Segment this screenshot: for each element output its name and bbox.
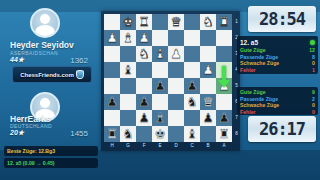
stats-label: Gute Züge [240, 47, 266, 53]
player-card-white: Heyder Seyidov ASERBAIDSCHAN 44★ 1362 [2, 4, 102, 64]
square-g2[interactable]: ♝ [120, 30, 136, 46]
black-pawn-c5: ♟ [184, 78, 200, 94]
square-h5[interactable] [104, 78, 120, 94]
square-d6[interactable] [168, 94, 184, 110]
square-h6[interactable]: ♟ [104, 94, 120, 110]
stats-label: Fehler [240, 109, 256, 115]
avatar [30, 8, 60, 38]
square-f8[interactable] [136, 126, 152, 142]
white-king-g1: ♚ [120, 14, 136, 30]
player-rating: 1362 [70, 56, 88, 65]
square-a8[interactable]: ♜ [216, 126, 232, 142]
square-c5[interactable]: ♟ [184, 78, 200, 94]
square-c6[interactable]: ♞ [184, 94, 200, 110]
white-pawn-d3: ♟ [168, 46, 184, 62]
square-h1[interactable] [104, 14, 120, 30]
white-pawn-b4: ♟ [200, 62, 216, 78]
square-g3[interactable] [120, 46, 136, 62]
square-e6[interactable] [152, 94, 168, 110]
stats-value: 0 [312, 102, 315, 108]
square-a2[interactable] [216, 30, 232, 46]
chess-board[interactable]: ♚♜♛♞♜♟♝♟♞♝♟♝♟♟♟♟♟♟♞♛♟♝♟♟♜♞♚♝♜ [104, 14, 232, 142]
clock-black: 26:17 [248, 116, 316, 142]
black-king-e8: ♚ [152, 126, 168, 142]
good-move-dot-icon [310, 40, 315, 45]
white-queen-d1: ♛ [168, 14, 184, 30]
stats-value: 1 [312, 67, 315, 73]
square-h7[interactable] [104, 110, 120, 126]
square-g5[interactable] [120, 78, 136, 94]
black-pawn-e5: ♟ [152, 78, 168, 94]
played-move-eval: 12. a5 (0.09 → 0.45) [4, 158, 98, 168]
square-f7[interactable]: ♟ [136, 110, 152, 126]
black-rook-h8: ♜ [104, 126, 120, 142]
square-d1[interactable]: ♛ [168, 14, 184, 30]
white-bishop-g2: ♝ [120, 30, 136, 46]
stats-label: Passende Züge [240, 54, 278, 60]
square-h2[interactable]: ♟ [104, 30, 120, 46]
square-a1[interactable]: ♜ [216, 14, 232, 30]
player-name: Heyder Seyidov [10, 40, 102, 50]
stats-value: 12 [309, 47, 315, 53]
square-c4[interactable] [184, 62, 200, 78]
rank-label-1: 1 [233, 14, 240, 30]
best-move-text: Beste Züge: 12.Bg3 [7, 148, 55, 154]
square-f4[interactable] [136, 62, 152, 78]
rank-labels: 12345678 [233, 14, 240, 142]
last-move-label: 12. a5 [240, 39, 258, 46]
square-d8[interactable] [168, 126, 184, 142]
square-b7[interactable]: ♟ [200, 110, 216, 126]
stats-value: 0 [312, 60, 315, 66]
player-badge: 44★ [10, 56, 24, 64]
black-pawn-b7: ♟ [200, 110, 216, 126]
site-logo-text: ChessFriends.com [20, 72, 74, 78]
square-d3[interactable]: ♟ [168, 46, 184, 62]
player-rating: 1455 [70, 129, 88, 138]
stats-label: Gute Züge [240, 89, 266, 95]
black-rook-a8: ♜ [216, 126, 232, 142]
player-card-black: HerrEarks DEUTSCHLAND 20★ 1455 [2, 90, 102, 150]
square-f5[interactable] [136, 78, 152, 94]
black-pawn-f7: ♟ [136, 110, 152, 126]
stats-value: 9 [312, 89, 315, 95]
square-g7[interactable] [120, 110, 136, 126]
stats-value: 2 [312, 96, 315, 102]
white-bishop-e3: ♝ [152, 46, 168, 62]
shield-icon [76, 70, 84, 79]
square-d5[interactable] [168, 78, 184, 94]
white-pawn-h2: ♟ [104, 30, 120, 46]
file-label-A: A [216, 142, 232, 150]
square-g1[interactable]: ♚ [120, 14, 136, 30]
stats-row: Fehler0 [240, 109, 315, 116]
square-e8[interactable]: ♚ [152, 126, 168, 142]
player-badge: 20★ [10, 129, 24, 137]
clock-white-time: 28:54 [259, 9, 305, 29]
played-move-text: 12. a5 (0.09 → 0.45) [7, 160, 55, 166]
square-b3[interactable] [200, 46, 216, 62]
square-g8[interactable]: ♞ [120, 126, 136, 142]
white-knight-f3: ♞ [136, 46, 152, 62]
square-e1[interactable] [152, 14, 168, 30]
square-c3[interactable] [184, 46, 200, 62]
white-rook-f1: ♜ [136, 14, 152, 30]
square-e3[interactable]: ♝ [152, 46, 168, 62]
square-f3[interactable]: ♞ [136, 46, 152, 62]
square-g6[interactable] [120, 94, 136, 110]
square-a7[interactable]: ♟ [216, 110, 232, 126]
file-label-H: H [104, 142, 120, 150]
rank-label-8: 8 [233, 126, 240, 142]
clock-black-time: 26:17 [259, 119, 305, 139]
file-label-C: C [184, 142, 200, 150]
file-label-F: F [136, 142, 152, 150]
stats-value: 8 [312, 54, 315, 60]
file-labels: HGFEDCBA [104, 142, 232, 150]
square-c7[interactable] [184, 110, 200, 126]
square-c2[interactable] [184, 30, 200, 46]
stats-label: Schwache Züge [240, 102, 279, 108]
white-knight-b1: ♞ [200, 14, 216, 30]
square-b4[interactable]: ♟ [200, 62, 216, 78]
site-logo[interactable]: ChessFriends.com [12, 66, 92, 83]
black-knight-c6: ♞ [184, 94, 200, 110]
square-e5[interactable]: ♟ [152, 78, 168, 94]
square-c8[interactable]: ♝ [184, 126, 200, 142]
file-label-G: G [120, 142, 136, 150]
square-d4[interactable] [168, 62, 184, 78]
square-f1[interactable]: ♜ [136, 14, 152, 30]
file-label-E: E [152, 142, 168, 150]
square-a6[interactable] [216, 94, 232, 110]
black-bishop-e7: ♝ [152, 110, 168, 126]
square-b5[interactable] [200, 78, 216, 94]
broadcast-overlay: Heyder Seyidov ASERBAIDSCHAN 44★ 1362 Ch… [0, 0, 320, 180]
square-b6[interactable]: ♛ [200, 94, 216, 110]
stats-row: Fehler1 [240, 67, 315, 74]
square-h4[interactable] [104, 62, 120, 78]
square-h3[interactable] [104, 46, 120, 62]
black-pawn-a7: ♟ [216, 110, 232, 126]
square-e7[interactable]: ♝ [152, 110, 168, 126]
square-e2[interactable] [152, 30, 168, 46]
black-pawn-h6: ♟ [104, 94, 120, 110]
black-queen-b6: ♛ [200, 94, 216, 110]
square-a3[interactable] [216, 46, 232, 62]
stats-panel-black: Gute Züge9Passende Züge2Schwache Züge0Fe… [237, 87, 318, 115]
square-f6[interactable]: ♟ [136, 94, 152, 110]
square-b1[interactable]: ♞ [200, 14, 216, 30]
square-d2[interactable] [168, 30, 184, 46]
file-label-B: B [200, 142, 216, 150]
square-b2[interactable] [200, 30, 216, 46]
square-b8[interactable] [200, 126, 216, 142]
stats-label: Fehler [240, 67, 256, 73]
square-g4[interactable]: ♝ [120, 62, 136, 78]
square-c1[interactable] [184, 14, 200, 30]
stats-label: Schwache Züge [240, 60, 279, 66]
square-e4[interactable] [152, 62, 168, 78]
white-pawn-f2: ♟ [136, 30, 152, 46]
square-d7[interactable] [168, 110, 184, 126]
square-f2[interactable]: ♟ [136, 30, 152, 46]
square-h8[interactable]: ♜ [104, 126, 120, 142]
stats-label: Passende Züge [240, 96, 278, 102]
file-label-D: D [168, 142, 184, 150]
white-rook-a1: ♜ [216, 14, 232, 30]
stats-panel-white: 12. a5 Gute Züge12Passende Züge8Schwache… [237, 36, 318, 74]
black-bishop-g4: ♝ [120, 62, 136, 78]
black-bishop-c8: ♝ [184, 126, 200, 142]
black-knight-g8: ♞ [120, 126, 136, 142]
best-move-hint: Beste Züge: 12.Bg3 [4, 146, 98, 156]
black-pawn-f6: ♟ [136, 94, 152, 110]
clock-white: 28:54 [248, 6, 316, 32]
stats-value: 0 [312, 109, 315, 115]
